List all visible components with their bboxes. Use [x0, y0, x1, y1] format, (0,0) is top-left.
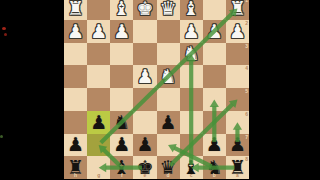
white-king-e1: ♚	[136, 0, 153, 18]
square-h4[interactable]	[64, 65, 87, 88]
white-pawn-e4: ♟	[136, 67, 153, 86]
square-h6[interactable]	[64, 111, 87, 134]
white-rook-a1: ♜	[229, 0, 246, 18]
rank-label-2: 2	[245, 21, 248, 26]
square-a8[interactable]: ♜a8	[226, 156, 249, 179]
square-b2[interactable]: ♟	[203, 20, 226, 43]
square-h7[interactable]: ♟	[64, 134, 87, 157]
square-c2[interactable]: ♟	[180, 20, 203, 43]
white-bishop-c1: ♝	[183, 0, 200, 18]
square-b3[interactable]	[203, 43, 226, 66]
video-artifact-0	[2, 27, 6, 30]
black-knight-b8: ♞	[206, 158, 223, 177]
black-rook-h8: ♜	[67, 158, 84, 177]
rank-label-8: 8	[245, 157, 248, 162]
square-e5[interactable]	[133, 88, 156, 111]
square-b8[interactable]: ♞b	[203, 156, 226, 179]
square-h8[interactable]: ♜h	[64, 156, 87, 179]
square-a5[interactable]: 5	[226, 88, 249, 111]
black-pawn-d6: ♟	[160, 113, 177, 132]
square-d8[interactable]: ♛d	[157, 156, 180, 179]
file-label-h: h	[74, 173, 77, 178]
square-g7[interactable]	[87, 134, 110, 157]
black-rook-a8: ♜	[229, 158, 246, 177]
square-h1[interactable]: ♜	[64, 0, 87, 20]
square-a2[interactable]: ♟2	[226, 20, 249, 43]
black-pawn-f7: ♟	[113, 135, 130, 154]
white-bishop-f1: ♝	[113, 0, 130, 18]
white-pawn-c2: ♟	[183, 22, 200, 41]
white-pawn-g2: ♟	[90, 22, 107, 41]
square-d1[interactable]: ♛	[157, 0, 180, 20]
file-label-b: b	[213, 173, 216, 178]
white-pawn-h2: ♟	[67, 22, 84, 41]
square-f1[interactable]: ♝	[110, 0, 133, 20]
square-h5[interactable]	[64, 88, 87, 111]
square-c8[interactable]: ♝c	[180, 156, 203, 179]
rank-label-7: 7	[245, 135, 248, 140]
square-d6[interactable]: ♟	[157, 111, 180, 134]
black-pawn-e7: ♟	[136, 135, 153, 154]
square-d2[interactable]	[157, 20, 180, 43]
square-g6[interactable]: ♟	[87, 111, 110, 134]
square-c6[interactable]	[180, 111, 203, 134]
white-rook-h1: ♜	[67, 0, 84, 18]
black-queen-d8: ♛	[160, 158, 177, 177]
black-pawn-g6: ♟	[90, 113, 107, 132]
black-pawn-h7: ♟	[67, 135, 84, 154]
rank-label-5: 5	[245, 89, 248, 94]
square-g1[interactable]	[87, 0, 110, 20]
square-a3[interactable]: 3	[226, 43, 249, 66]
square-b1[interactable]	[203, 0, 226, 20]
file-label-a: a	[236, 173, 239, 178]
white-pawn-a2: ♟	[229, 22, 246, 41]
file-label-c: c	[190, 173, 193, 178]
rank-label-6: 6	[245, 112, 248, 117]
square-b6[interactable]	[203, 111, 226, 134]
file-label-f: f	[121, 173, 123, 178]
square-f2[interactable]: ♟	[110, 20, 133, 43]
square-e2[interactable]	[133, 20, 156, 43]
video-artifact-2	[0, 135, 3, 138]
video-thumbnail-stage: ♜♝♚♛♝♜1♟♟♟♟♟♟2♞3♟♞45♟♞♟6♟♟♟♟♟7♜hg♝f♚e♛d♝…	[0, 0, 320, 180]
black-bishop-c8: ♝	[183, 158, 200, 177]
black-pawn-a7: ♟	[229, 135, 246, 154]
black-knight-f6: ♞	[113, 113, 130, 132]
square-f6[interactable]: ♞	[110, 111, 133, 134]
black-bishop-f8: ♝	[113, 158, 130, 177]
square-h3[interactable]	[64, 43, 87, 66]
video-artifact-1	[4, 33, 7, 36]
rank-label-4: 4	[245, 66, 248, 71]
file-label-e: e	[144, 173, 147, 178]
square-e7[interactable]: ♟	[133, 134, 156, 157]
file-label-d: d	[167, 173, 170, 178]
white-knight-c3: ♞	[183, 44, 200, 63]
square-g2[interactable]: ♟	[87, 20, 110, 43]
black-pawn-b7: ♟	[206, 135, 223, 154]
square-d3[interactable]	[157, 43, 180, 66]
square-a6[interactable]: 6	[226, 111, 249, 134]
square-g8[interactable]: g	[87, 156, 110, 179]
square-c3[interactable]: ♞	[180, 43, 203, 66]
square-b5[interactable]	[203, 88, 226, 111]
white-queen-d1: ♛	[160, 0, 177, 18]
rank-label-3: 3	[245, 44, 248, 49]
square-e8[interactable]: ♚e	[133, 156, 156, 179]
chess-board: ♜♝♚♛♝♜1♟♟♟♟♟♟2♞3♟♞45♟♞♟6♟♟♟♟♟7♜hg♝f♚e♛d♝…	[64, 0, 249, 179]
rank-label-1: 1	[245, 0, 248, 3]
square-d5[interactable]	[157, 88, 180, 111]
square-f3[interactable]	[110, 43, 133, 66]
square-g4[interactable]	[87, 65, 110, 88]
square-f8[interactable]: ♝f	[110, 156, 133, 179]
square-h2[interactable]: ♟	[64, 20, 87, 43]
black-king-e8: ♚	[136, 158, 153, 177]
square-c1[interactable]: ♝	[180, 0, 203, 20]
square-e3[interactable]	[133, 43, 156, 66]
square-e6[interactable]	[133, 111, 156, 134]
white-knight-d4: ♞	[160, 67, 177, 86]
square-d7[interactable]	[157, 134, 180, 157]
square-c7[interactable]	[180, 134, 203, 157]
file-label-g: g	[97, 173, 100, 178]
square-b4[interactable]	[203, 65, 226, 88]
white-pawn-b2: ♟	[206, 22, 223, 41]
white-pawn-f2: ♟	[113, 22, 130, 41]
square-a4[interactable]: 4	[226, 65, 249, 88]
square-g3[interactable]	[87, 43, 110, 66]
square-a1[interactable]: ♜1	[226, 0, 249, 20]
square-b7[interactable]: ♟	[203, 134, 226, 157]
square-c4[interactable]	[180, 65, 203, 88]
square-f5[interactable]	[110, 88, 133, 111]
square-g5[interactable]	[87, 88, 110, 111]
square-e4[interactable]: ♟	[133, 65, 156, 88]
square-f7[interactable]: ♟	[110, 134, 133, 157]
square-f4[interactable]	[110, 65, 133, 88]
square-e1[interactable]: ♚	[133, 0, 156, 20]
square-a7[interactable]: ♟7	[226, 134, 249, 157]
square-c5[interactable]	[180, 88, 203, 111]
square-d4[interactable]: ♞	[157, 65, 180, 88]
